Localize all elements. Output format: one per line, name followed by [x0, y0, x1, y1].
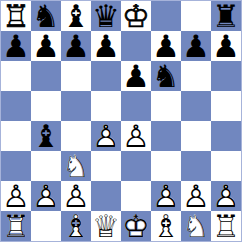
square-e2[interactable]: [121, 181, 151, 211]
square-e5[interactable]: [121, 91, 151, 121]
black-bishop-icon: ♝: [61, 1, 91, 31]
square-d2[interactable]: [91, 181, 121, 211]
square-g2[interactable]: ♟♙: [181, 181, 211, 211]
square-d1[interactable]: ♛♕: [91, 211, 121, 241]
square-b2[interactable]: ♟♙: [31, 181, 61, 211]
square-f4[interactable]: [151, 121, 181, 151]
square-e8[interactable]: ♚♔: [121, 1, 151, 31]
square-g8[interactable]: [181, 1, 211, 31]
square-c8[interactable]: ♝: [61, 1, 91, 31]
square-b7[interactable]: ♟: [31, 31, 61, 61]
white-pawn-icon: ♙: [181, 181, 211, 211]
square-d7[interactable]: ♟: [91, 31, 121, 61]
square-b6[interactable]: [31, 61, 61, 91]
white-pawn-icon: ♙: [31, 181, 61, 211]
square-f2[interactable]: ♟♙: [151, 181, 181, 211]
square-g6[interactable]: [181, 61, 211, 91]
white-rook-icon: ♖: [211, 211, 241, 241]
black-knight-icon: ♞: [31, 1, 61, 31]
square-g7[interactable]: ♟: [181, 31, 211, 61]
square-f7[interactable]: ♟: [151, 31, 181, 61]
square-g3[interactable]: [181, 151, 211, 181]
chess-board: ♜♖♞♝♛♚♔♜♟♟♟♟♟♟♟♟♞♝♟♙♟♙♞♘♟♙♟♙♟♙♟♙♟♙♟♙♜♖♝♗…: [0, 0, 242, 242]
white-queen-fill: ♛: [91, 211, 121, 241]
square-c1[interactable]: ♝♗: [61, 211, 91, 241]
white-pawn-fill: ♟: [61, 181, 91, 211]
white-knight-fill: ♞: [181, 211, 211, 241]
square-g1[interactable]: ♞♘: [181, 211, 211, 241]
square-a6[interactable]: [1, 61, 31, 91]
white-pawn-icon: ♙: [91, 121, 121, 151]
square-c5[interactable]: [61, 91, 91, 121]
square-c2[interactable]: ♟♙: [61, 181, 91, 211]
square-c7[interactable]: ♟: [61, 31, 91, 61]
square-c6[interactable]: [61, 61, 91, 91]
white-rook-fill: ♜: [1, 211, 31, 241]
black-knight-icon: ♞: [151, 61, 181, 91]
square-f3[interactable]: [151, 151, 181, 181]
white-pawn-fill: ♟: [151, 181, 181, 211]
black-pawn-icon: ♟: [91, 31, 121, 61]
white-pawn-icon: ♙: [211, 181, 241, 211]
square-h4[interactable]: [211, 121, 241, 151]
white-queen-icon: ♕: [91, 211, 121, 241]
black-pawn-icon: ♟: [151, 31, 181, 61]
square-b3[interactable]: [31, 151, 61, 181]
white-knight-icon: ♘: [61, 151, 91, 181]
square-f1[interactable]: ♝♗: [151, 211, 181, 241]
square-e4[interactable]: ♟♙: [121, 121, 151, 151]
square-h5[interactable]: [211, 91, 241, 121]
square-d5[interactable]: [91, 91, 121, 121]
white-king-fill: ♚: [121, 211, 151, 241]
white-pawn-fill: ♟: [31, 181, 61, 211]
black-king-icon: ♔: [121, 1, 151, 31]
white-pawn-fill: ♟: [181, 181, 211, 211]
square-d6[interactable]: [91, 61, 121, 91]
white-pawn-icon: ♙: [121, 121, 151, 151]
black-pawn-icon: ♟: [1, 31, 31, 61]
square-g5[interactable]: [181, 91, 211, 121]
square-b8[interactable]: ♞: [31, 1, 61, 31]
square-f6[interactable]: ♞: [151, 61, 181, 91]
square-a4[interactable]: [1, 121, 31, 151]
square-b5[interactable]: [31, 91, 61, 121]
black-pawn-icon: ♟: [211, 31, 241, 61]
square-h3[interactable]: [211, 151, 241, 181]
square-c4[interactable]: [61, 121, 91, 151]
square-h8[interactable]: ♜: [211, 1, 241, 31]
square-b4[interactable]: ♝: [31, 121, 61, 151]
black-rook-fill: ♜: [1, 1, 31, 31]
square-a2[interactable]: ♟♙: [1, 181, 31, 211]
white-bishop-fill: ♝: [61, 211, 91, 241]
white-pawn-fill: ♟: [211, 181, 241, 211]
black-rook-icon: ♖: [1, 1, 31, 31]
square-h2[interactable]: ♟♙: [211, 181, 241, 211]
white-bishop-icon: ♗: [151, 211, 181, 241]
white-pawn-fill: ♟: [121, 121, 151, 151]
black-pawn-icon: ♟: [31, 31, 61, 61]
square-h6[interactable]: [211, 61, 241, 91]
white-pawn-icon: ♙: [151, 181, 181, 211]
white-king-icon: ♔: [121, 211, 151, 241]
black-bishop-icon: ♝: [31, 121, 61, 151]
square-h1[interactable]: ♜♖: [211, 211, 241, 241]
black-rook-icon: ♜: [211, 1, 241, 31]
square-a7[interactable]: ♟: [1, 31, 31, 61]
square-d4[interactable]: ♟♙: [91, 121, 121, 151]
square-a1[interactable]: ♜♖: [1, 211, 31, 241]
square-a5[interactable]: [1, 91, 31, 121]
black-pawn-icon: ♟: [181, 31, 211, 61]
white-pawn-fill: ♟: [1, 181, 31, 211]
square-a8[interactable]: ♜♖: [1, 1, 31, 31]
black-pawn-icon: ♟: [61, 31, 91, 61]
square-e1[interactable]: ♚♔: [121, 211, 151, 241]
square-g4[interactable]: [181, 121, 211, 151]
white-knight-icon: ♘: [181, 211, 211, 241]
white-rook-fill: ♜: [211, 211, 241, 241]
square-e7[interactable]: [121, 31, 151, 61]
white-pawn-fill: ♟: [91, 121, 121, 151]
square-d3[interactable]: [91, 151, 121, 181]
black-queen-icon: ♛: [91, 1, 121, 31]
black-king-fill: ♚: [121, 1, 151, 31]
white-rook-icon: ♖: [1, 211, 31, 241]
square-c3[interactable]: ♞♘: [61, 151, 91, 181]
square-e3[interactable]: [121, 151, 151, 181]
square-b1[interactable]: [31, 211, 61, 241]
white-bishop-fill: ♝: [151, 211, 181, 241]
square-f8[interactable]: [151, 1, 181, 31]
square-f5[interactable]: [151, 91, 181, 121]
square-a3[interactable]: [1, 151, 31, 181]
white-pawn-icon: ♙: [61, 181, 91, 211]
black-pawn-icon: ♟: [121, 61, 151, 91]
white-pawn-icon: ♙: [1, 181, 31, 211]
square-h7[interactable]: ♟: [211, 31, 241, 61]
white-knight-fill: ♞: [61, 151, 91, 181]
square-e6[interactable]: ♟: [121, 61, 151, 91]
square-d8[interactable]: ♛: [91, 1, 121, 31]
white-bishop-icon: ♗: [61, 211, 91, 241]
